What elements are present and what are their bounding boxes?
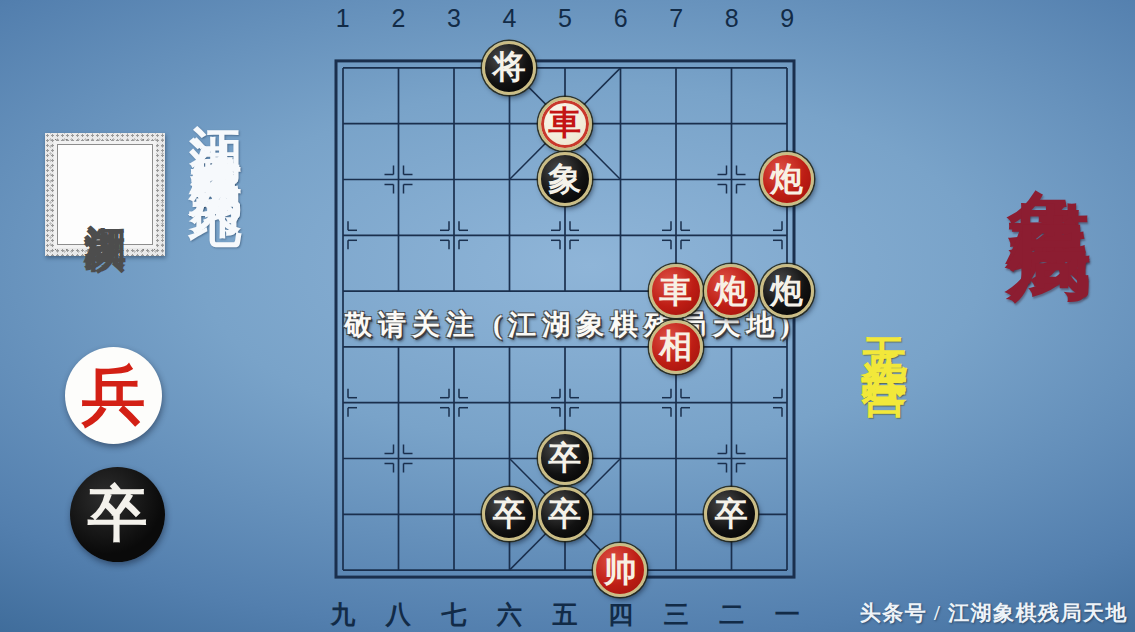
- board-intersection[interactable]: 卒: [537, 486, 593, 542]
- file-label: 二: [704, 598, 760, 631]
- left-title-calligraphy: 江湖象棋残局天地: [180, 84, 250, 164]
- board-intersection[interactable]: 相: [648, 319, 704, 375]
- file-label: 4: [482, 4, 538, 33]
- black-piece-卒[interactable]: 卒: [538, 487, 592, 541]
- board-intersection[interactable]: 車: [648, 263, 704, 319]
- stamp-logo-frame: 江湖象棋: [57, 144, 153, 245]
- puzzle-name: 无兵连营: [853, 301, 915, 345]
- file-label: 8: [704, 4, 760, 33]
- red-piece-相[interactable]: 相: [649, 320, 703, 374]
- file-label: 1: [315, 4, 371, 33]
- right-title-calligraphy: 象棋残局: [992, 122, 1106, 170]
- red-piece-帅[interactable]: 帅: [593, 543, 647, 597]
- scene: 江湖象棋 江湖象棋残局天地 象棋残局 无兵连营 兵 卒 123456789 九八…: [0, 0, 1135, 632]
- file-label: 5: [537, 4, 593, 33]
- file-labels-top: 123456789: [315, 4, 815, 33]
- board-intersection[interactable]: 卒: [537, 431, 593, 487]
- red-piece-車[interactable]: 車: [538, 97, 592, 151]
- file-label: 八: [371, 598, 427, 631]
- stamp-logo-text: 江湖象棋: [82, 191, 128, 199]
- board-intersection[interactable]: 炮: [704, 263, 760, 319]
- red-piece-炮[interactable]: 炮: [704, 264, 758, 318]
- file-label: 三: [648, 598, 704, 631]
- board-intersection[interactable]: 卒: [704, 486, 760, 542]
- board-intersection[interactable]: 卒: [482, 486, 538, 542]
- black-piece-卒[interactable]: 卒: [704, 487, 758, 541]
- black-piece-将[interactable]: 将: [482, 41, 536, 95]
- file-label: 6: [593, 4, 649, 33]
- board-intersection[interactable]: 帅: [593, 542, 649, 598]
- file-label: 九: [315, 598, 371, 631]
- red-piece-炮[interactable]: 炮: [760, 152, 814, 206]
- black-piece-炮[interactable]: 炮: [760, 264, 814, 318]
- red-pawn-badge: 兵: [65, 347, 162, 444]
- red-piece-車[interactable]: 車: [649, 264, 703, 318]
- board-intersection[interactable]: 炮: [759, 152, 815, 208]
- board-intersection[interactable]: 車: [537, 96, 593, 152]
- black-pawn-badge: 卒: [70, 467, 165, 562]
- black-piece-卒[interactable]: 卒: [482, 487, 536, 541]
- board-pieces[interactable]: 将車象炮車炮炮相卒卒卒卒帅: [315, 40, 815, 598]
- file-label: 一: [760, 598, 816, 631]
- board-intersection[interactable]: 将: [482, 40, 538, 96]
- board-intersection[interactable]: 象: [537, 152, 593, 208]
- black-piece-象[interactable]: 象: [538, 152, 592, 206]
- file-label: 六: [482, 598, 538, 631]
- file-label: 七: [426, 598, 482, 631]
- file-label: 2: [371, 4, 427, 33]
- board-intersection[interactable]: 炮: [759, 263, 815, 319]
- file-label: 7: [648, 4, 704, 33]
- file-label: 9: [760, 4, 816, 33]
- file-labels-bottom: 九八七六五四三二一: [315, 598, 815, 631]
- stamp-logo: 江湖象棋: [45, 133, 165, 256]
- file-label: 四: [593, 598, 649, 631]
- file-label: 3: [426, 4, 482, 33]
- black-piece-卒[interactable]: 卒: [538, 431, 592, 485]
- footer-caption: 头条号 / 江湖象棋残局天地: [860, 599, 1128, 627]
- file-label: 五: [537, 598, 593, 631]
